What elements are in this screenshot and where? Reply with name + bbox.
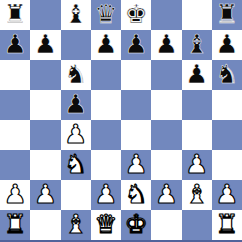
black-knight-h6[interactable]: ♞ [215,60,238,89]
black-pawn-d7[interactable]: ♟ [94,30,117,59]
square-h6[interactable]: ♞ [212,60,242,90]
white-pawn-f2[interactable]: ♟ [155,180,178,209]
square-d1[interactable]: ♛ [91,210,121,240]
black-bishop-g7[interactable]: ♝ [185,30,208,59]
square-h1[interactable]: ♜ [212,210,242,240]
square-e4[interactable] [121,120,151,150]
square-d8[interactable]: ♛ [91,0,121,30]
square-e1[interactable]: ♚ [121,210,151,240]
square-e7[interactable]: ♟ [121,30,151,60]
white-bishop-c1[interactable]: ♝ [64,210,87,239]
square-e2[interactable]: ♞ [121,180,151,210]
square-f8[interactable] [151,0,181,30]
white-pawn-d2[interactable]: ♟ [94,180,117,209]
square-c2[interactable] [61,180,91,210]
square-b1[interactable] [30,210,60,240]
black-rook-a8[interactable]: ♜ [3,0,26,29]
square-d4[interactable] [91,120,121,150]
square-f3[interactable] [151,150,181,180]
square-b5[interactable] [30,90,60,120]
square-a7[interactable]: ♟ [0,30,30,60]
square-a4[interactable] [0,120,30,150]
square-f1[interactable] [151,210,181,240]
square-b7[interactable]: ♟ [30,30,60,60]
square-c6[interactable]: ♞ [61,60,91,90]
black-bishop-c8[interactable]: ♝ [64,0,87,29]
square-e6[interactable] [121,60,151,90]
square-g5[interactable] [182,90,212,120]
square-g2[interactable]: ♝ [182,180,212,210]
square-g4[interactable] [182,120,212,150]
square-f7[interactable]: ♟ [151,30,181,60]
black-rook-h8[interactable]: ♜ [215,0,238,29]
white-queen-d1[interactable]: ♛ [94,210,117,239]
square-a2[interactable]: ♟ [0,180,30,210]
white-pawn-c4[interactable]: ♟ [64,120,87,149]
black-pawn-a7[interactable]: ♟ [3,30,26,59]
square-f2[interactable]: ♟ [151,180,181,210]
black-pawn-e7[interactable]: ♟ [124,30,147,59]
square-c5[interactable]: ♟ [61,90,91,120]
square-a8[interactable]: ♜ [0,0,30,30]
square-c4[interactable]: ♟ [61,120,91,150]
square-e8[interactable]: ♚ [121,0,151,30]
white-knight-e2[interactable]: ♞ [124,180,147,209]
square-d7[interactable]: ♟ [91,30,121,60]
square-d6[interactable] [91,60,121,90]
square-h4[interactable] [212,120,242,150]
square-a1[interactable]: ♜ [0,210,30,240]
white-pawn-e3[interactable]: ♟ [124,150,147,179]
square-f4[interactable] [151,120,181,150]
chess-board-container: ♜♝♛♚♜♟♟♟♟♟♝♟♞♟♞♟♟♞♟♟♟♟♟♞♟♝♟♜♝♛♚♜ [0,0,242,242]
black-pawn-h7[interactable]: ♟ [215,30,238,59]
chess-board: ♜♝♛♚♜♟♟♟♟♟♝♟♞♟♞♟♟♞♟♟♟♟♟♞♟♝♟♜♝♛♚♜ [0,0,242,242]
square-h2[interactable]: ♟ [212,180,242,210]
square-a6[interactable] [0,60,30,90]
square-c8[interactable]: ♝ [61,0,91,30]
white-pawn-b2[interactable]: ♟ [34,180,57,209]
black-pawn-b7[interactable]: ♟ [34,30,57,59]
square-g3[interactable]: ♟ [182,150,212,180]
square-b4[interactable] [30,120,60,150]
square-f6[interactable] [151,60,181,90]
black-queen-d8[interactable]: ♛ [94,0,117,29]
square-b8[interactable] [30,0,60,30]
square-c1[interactable]: ♝ [61,210,91,240]
square-c3[interactable]: ♞ [61,150,91,180]
square-b3[interactable] [30,150,60,180]
square-e5[interactable] [121,90,151,120]
black-knight-c6[interactable]: ♞ [64,60,87,89]
white-rook-a1[interactable]: ♜ [3,210,26,239]
white-bishop-g2[interactable]: ♝ [185,180,208,209]
square-d3[interactable] [91,150,121,180]
square-b2[interactable]: ♟ [30,180,60,210]
square-e3[interactable]: ♟ [121,150,151,180]
square-g7[interactable]: ♝ [182,30,212,60]
square-d2[interactable]: ♟ [91,180,121,210]
black-pawn-f7[interactable]: ♟ [155,30,178,59]
square-a3[interactable] [0,150,30,180]
square-c7[interactable] [61,30,91,60]
black-pawn-c5[interactable]: ♟ [64,90,87,119]
square-f5[interactable] [151,90,181,120]
white-rook-h1[interactable]: ♜ [215,210,238,239]
square-a5[interactable] [0,90,30,120]
white-pawn-h2[interactable]: ♟ [215,180,238,209]
square-g6[interactable]: ♟ [182,60,212,90]
black-pawn-g6[interactable]: ♟ [185,60,208,89]
square-h8[interactable]: ♜ [212,0,242,30]
square-h3[interactable] [212,150,242,180]
square-b6[interactable] [30,60,60,90]
square-h7[interactable]: ♟ [212,30,242,60]
white-pawn-g3[interactable]: ♟ [185,150,208,179]
square-d5[interactable] [91,90,121,120]
square-g8[interactable] [182,0,212,30]
black-king-e8[interactable]: ♚ [124,0,147,29]
square-g1[interactable] [182,210,212,240]
white-pawn-a2[interactable]: ♟ [3,180,26,209]
white-king-e1[interactable]: ♚ [124,210,147,239]
white-knight-c3[interactable]: ♞ [64,150,87,179]
square-h5[interactable] [212,90,242,120]
